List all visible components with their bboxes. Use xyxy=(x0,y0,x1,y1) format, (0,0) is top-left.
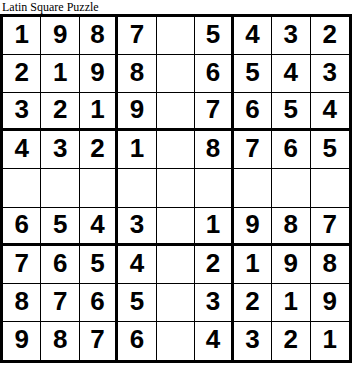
cell-r8c5[interactable] xyxy=(157,284,195,322)
cell-r9c7: 3 xyxy=(234,322,272,360)
cell-r1c3: 8 xyxy=(80,17,118,55)
cell-r7c1: 7 xyxy=(3,246,41,284)
cell-r6c1: 6 xyxy=(3,208,41,246)
cell-r7c6: 2 xyxy=(195,246,233,284)
cell-r2c2: 1 xyxy=(41,55,79,93)
cell-r2c3: 9 xyxy=(80,55,118,93)
cell-r9c3: 7 xyxy=(80,322,118,360)
cell-r6c6: 1 xyxy=(195,208,233,246)
cell-r8c7: 2 xyxy=(234,284,272,322)
cell-r3c8: 5 xyxy=(272,93,310,131)
cell-r7c4: 4 xyxy=(118,246,156,284)
puzzle-page: Latin Square Puzzle 19875432219865433219… xyxy=(0,0,352,365)
cell-r7c3: 5 xyxy=(80,246,118,284)
cell-r1c2: 9 xyxy=(41,17,79,55)
cell-r4c3: 2 xyxy=(80,131,118,169)
cell-r6c5[interactable] xyxy=(157,208,195,246)
cell-r4c6: 8 xyxy=(195,131,233,169)
cell-r1c6: 5 xyxy=(195,17,233,55)
cell-r4c9: 5 xyxy=(311,131,349,169)
cell-r1c1: 1 xyxy=(3,17,41,55)
cell-r9c5[interactable] xyxy=(157,322,195,360)
cell-r1c4: 7 xyxy=(118,17,156,55)
cell-r4c2: 3 xyxy=(41,131,79,169)
cell-r6c7: 9 xyxy=(234,208,272,246)
cell-r7c5[interactable] xyxy=(157,246,195,284)
puzzle-grid: 1987543221986543321976544321876565431987… xyxy=(0,14,352,363)
cell-r5c5[interactable] xyxy=(157,169,195,207)
cell-r6c9: 7 xyxy=(311,208,349,246)
cell-r7c2: 6 xyxy=(41,246,79,284)
cell-r1c7: 4 xyxy=(234,17,272,55)
cell-r9c1: 9 xyxy=(3,322,41,360)
cell-r1c8: 3 xyxy=(272,17,310,55)
cell-r4c4: 1 xyxy=(118,131,156,169)
cell-r5c1[interactable] xyxy=(3,169,41,207)
cell-r2c6: 6 xyxy=(195,55,233,93)
cell-r6c2: 5 xyxy=(41,208,79,246)
cell-r9c9: 1 xyxy=(311,322,349,360)
cell-r5c2[interactable] xyxy=(41,169,79,207)
cell-r2c9: 3 xyxy=(311,55,349,93)
cell-r5c8[interactable] xyxy=(272,169,310,207)
cell-r3c6: 7 xyxy=(195,93,233,131)
cell-r3c3: 1 xyxy=(80,93,118,131)
cell-r2c5[interactable] xyxy=(157,55,195,93)
cell-r5c9[interactable] xyxy=(311,169,349,207)
cell-r3c4: 9 xyxy=(118,93,156,131)
cell-r9c2: 8 xyxy=(41,322,79,360)
cell-r7c9: 8 xyxy=(311,246,349,284)
cell-r8c9: 9 xyxy=(311,284,349,322)
cell-r9c6: 4 xyxy=(195,322,233,360)
cell-r1c5[interactable] xyxy=(157,17,195,55)
cell-r5c3[interactable] xyxy=(80,169,118,207)
cell-r8c4: 5 xyxy=(118,284,156,322)
cell-r8c3: 6 xyxy=(80,284,118,322)
cell-r5c7[interactable] xyxy=(234,169,272,207)
cell-r8c8: 1 xyxy=(272,284,310,322)
cell-r7c7: 1 xyxy=(234,246,272,284)
cell-r2c7: 5 xyxy=(234,55,272,93)
cell-r5c6[interactable] xyxy=(195,169,233,207)
cell-r8c6: 3 xyxy=(195,284,233,322)
cell-r5c4[interactable] xyxy=(118,169,156,207)
cell-r3c5[interactable] xyxy=(157,93,195,131)
cell-r9c8: 2 xyxy=(272,322,310,360)
cell-r8c1: 8 xyxy=(3,284,41,322)
cell-r2c8: 4 xyxy=(272,55,310,93)
cell-r4c8: 6 xyxy=(272,131,310,169)
cell-r6c3: 4 xyxy=(80,208,118,246)
cell-r8c2: 7 xyxy=(41,284,79,322)
cell-r3c1: 3 xyxy=(3,93,41,131)
cell-r2c4: 8 xyxy=(118,55,156,93)
puzzle-title: Latin Square Puzzle xyxy=(0,0,352,14)
cell-r4c5[interactable] xyxy=(157,131,195,169)
cell-r4c7: 7 xyxy=(234,131,272,169)
cell-r9c4: 6 xyxy=(118,322,156,360)
cell-r7c8: 9 xyxy=(272,246,310,284)
cell-r3c9: 4 xyxy=(311,93,349,131)
cell-r6c4: 3 xyxy=(118,208,156,246)
cell-r4c1: 4 xyxy=(3,131,41,169)
cell-r6c8: 8 xyxy=(272,208,310,246)
cell-r3c2: 2 xyxy=(41,93,79,131)
cell-r3c7: 6 xyxy=(234,93,272,131)
cell-r2c1: 2 xyxy=(3,55,41,93)
cell-r1c9: 2 xyxy=(311,17,349,55)
